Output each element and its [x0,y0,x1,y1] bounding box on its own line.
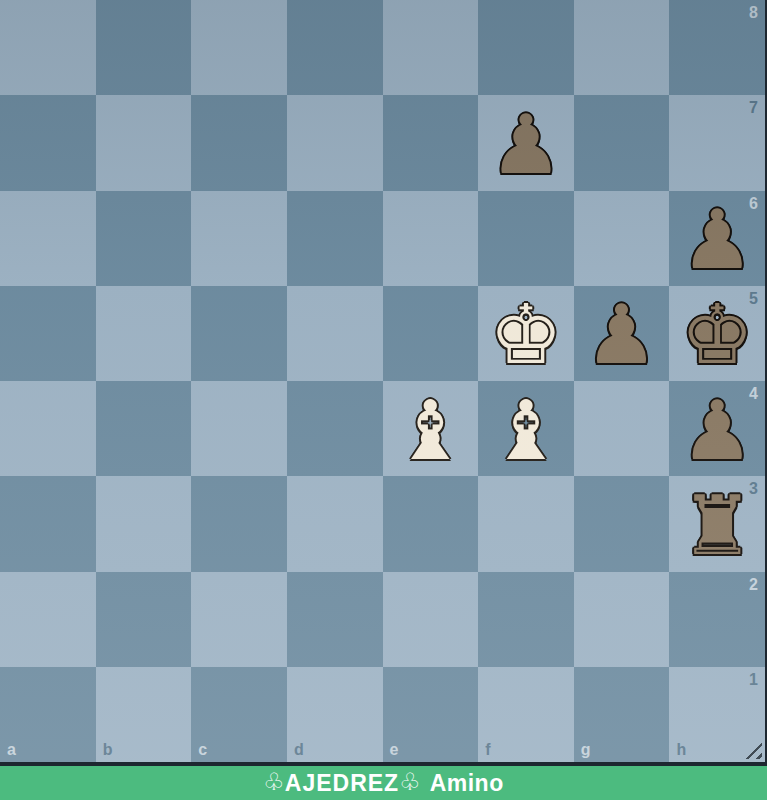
file-label-e: e [390,742,399,758]
file-label-b: b [103,742,113,758]
square-e1[interactable]: e [383,667,479,762]
square-b3[interactable] [96,476,192,571]
square-d5[interactable] [287,286,383,381]
club-icon: ♧ [399,768,421,796]
square-h2[interactable]: 2 [669,572,765,667]
square-a6[interactable] [0,191,96,286]
square-f5[interactable]: ♚ [478,286,574,381]
square-a8[interactable] [0,0,96,95]
square-h6[interactable]: ♟6 [669,191,765,286]
file-label-a: a [7,742,16,758]
footer-brand-ajedrez: AJEDREZ [285,770,399,797]
square-f4[interactable]: ♝ [478,381,574,476]
black-king[interactable]: ♚ [680,294,754,376]
rank-label-3: 3 [749,481,758,497]
black-pawn[interactable]: ♟ [680,199,754,281]
square-f8[interactable] [478,0,574,95]
square-b5[interactable] [96,286,192,381]
square-g1[interactable]: g [574,667,670,762]
white-bishop[interactable]: ♝ [394,390,468,472]
square-b1[interactable]: b [96,667,192,762]
file-label-h: h [676,742,686,758]
square-h3[interactable]: ♜3 [669,476,765,571]
footer-brand: ♧AJEDREZ♧Amino [263,769,503,797]
square-f6[interactable] [478,191,574,286]
square-d2[interactable] [287,572,383,667]
white-bishop[interactable]: ♝ [489,390,563,472]
square-a1[interactable]: a [0,667,96,762]
square-d6[interactable] [287,191,383,286]
square-d4[interactable] [287,381,383,476]
square-a7[interactable] [0,95,96,190]
square-f3[interactable] [478,476,574,571]
square-a4[interactable] [0,381,96,476]
square-c5[interactable] [191,286,287,381]
square-e6[interactable] [383,191,479,286]
square-h1[interactable]: 1h [669,667,765,762]
square-b7[interactable] [96,95,192,190]
footer-brand-amino: Amino [430,770,504,797]
square-g5[interactable]: ♟ [574,286,670,381]
square-b8[interactable] [96,0,192,95]
file-label-g: g [581,742,591,758]
square-g2[interactable] [574,572,670,667]
square-d7[interactable] [287,95,383,190]
white-king[interactable]: ♚ [489,294,563,376]
square-f2[interactable] [478,572,574,667]
square-e8[interactable] [383,0,479,95]
square-c1[interactable]: c [191,667,287,762]
square-g8[interactable] [574,0,670,95]
square-h7[interactable]: 7 [669,95,765,190]
amino-footer-banner: ♧AJEDREZ♧Amino [0,766,767,800]
square-g6[interactable] [574,191,670,286]
square-g3[interactable] [574,476,670,571]
square-e7[interactable] [383,95,479,190]
club-icon: ♧ [263,768,285,796]
black-pawn[interactable]: ♟ [680,390,754,472]
rank-label-1: 1 [749,672,758,688]
rank-label-4: 4 [749,386,758,402]
chess-board[interactable]: 8♟7♟6♚♟♚5♝♝♟4♜32abcdefg1h [0,0,767,766]
square-h5[interactable]: ♚5 [669,286,765,381]
square-b6[interactable] [96,191,192,286]
square-e2[interactable] [383,572,479,667]
square-a2[interactable] [0,572,96,667]
square-c3[interactable] [191,476,287,571]
square-e3[interactable] [383,476,479,571]
square-c4[interactable] [191,381,287,476]
file-label-f: f [485,742,490,758]
black-pawn[interactable]: ♟ [585,294,659,376]
square-c8[interactable] [191,0,287,95]
rank-label-7: 7 [749,100,758,116]
rank-label-6: 6 [749,196,758,212]
square-a3[interactable] [0,476,96,571]
rank-label-5: 5 [749,291,758,307]
chess-app-screen: 8♟7♟6♚♟♚5♝♝♟4♜32abcdefg1h ♧AJEDREZ♧Amino [0,0,767,800]
square-c7[interactable] [191,95,287,190]
square-c6[interactable] [191,191,287,286]
square-e5[interactable] [383,286,479,381]
rank-label-8: 8 [749,5,758,21]
black-rook[interactable]: ♜ [680,485,754,567]
square-h8[interactable]: 8 [669,0,765,95]
black-pawn[interactable]: ♟ [489,104,563,186]
rank-label-2: 2 [749,577,758,593]
square-a5[interactable] [0,286,96,381]
square-h4[interactable]: ♟4 [669,381,765,476]
square-b4[interactable] [96,381,192,476]
file-label-d: d [294,742,304,758]
board-resize-handle-icon[interactable] [743,740,762,759]
square-f7[interactable]: ♟ [478,95,574,190]
square-b2[interactable] [96,572,192,667]
square-g7[interactable] [574,95,670,190]
square-g4[interactable] [574,381,670,476]
square-f1[interactable]: f [478,667,574,762]
file-label-c: c [198,742,207,758]
square-c2[interactable] [191,572,287,667]
square-d8[interactable] [287,0,383,95]
square-e4[interactable]: ♝ [383,381,479,476]
square-d3[interactable] [287,476,383,571]
square-d1[interactable]: d [287,667,383,762]
